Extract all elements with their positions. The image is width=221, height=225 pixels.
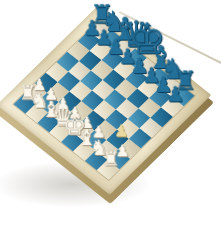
chess-board: ♜♟♟♜♞♟♟♞♝♟♟♝♛♟♟♛♚♟♟♚♝♟♟♝♞♟♟♞♜♟♟♜ <box>0 5 211 195</box>
square-d4 <box>81 91 104 111</box>
square-h7: ♟ <box>161 97 184 117</box>
board-grid: ♜♟♟♜♞♟♟♞♝♟♟♝♛♟♟♛♚♟♟♚♝♟♟♝♞♟♟♞♜♟♟♜ <box>14 20 195 180</box>
blue-rook: ♜ <box>90 1 113 27</box>
photo-scene: ♜♟♟♜♞♟♟♞♝♟♟♝♛♟♟♛♚♟♟♚♝♟♟♝♞♟♟♞♜♟♟♜ <box>0 0 221 225</box>
square-b3 <box>47 82 70 102</box>
blue-knight: ♞ <box>160 55 185 83</box>
square-b4 <box>58 72 81 92</box>
blue-rook: ♜ <box>174 67 197 93</box>
